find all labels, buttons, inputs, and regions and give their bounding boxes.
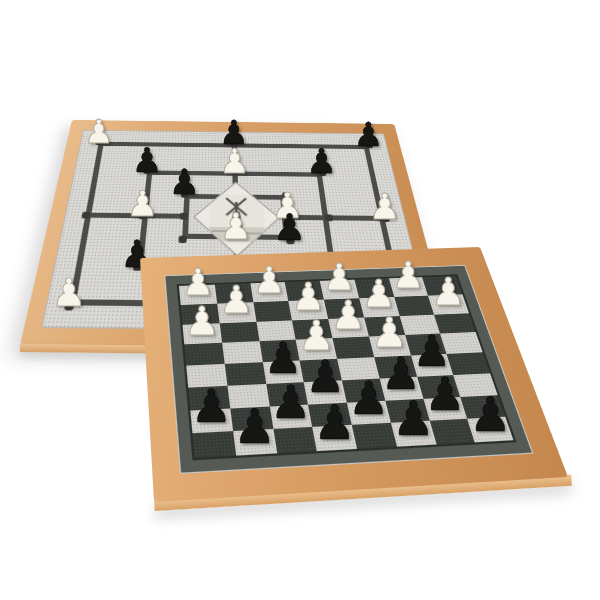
checkers-black-pawn-a2[interactable]: ♟	[189, 383, 233, 429]
product-photo-stage: ♟♟♟♟♟♟♟♟♟♟♟♟♟♟ ♟♟♟♟♟♟♟♟♟♟♟♟♟♟♟♟♟♟♟♟♟♟♟♟	[0, 0, 600, 600]
checkers-square-b6	[219, 321, 259, 343]
checkers-square-a1	[192, 431, 235, 458]
checkers-white-pawn-a6[interactable]: ♟	[180, 301, 224, 341]
morris-board-side-edge	[20, 344, 162, 353]
morris-white-pawn-g4[interactable]: ♟	[363, 189, 407, 225]
checkers-square-c1	[273, 427, 317, 453]
morris-black-pawn-c5[interactable]: ♟	[162, 165, 206, 200]
checkers-black-pawn-c4[interactable]: ♟	[261, 337, 305, 380]
morris-white-pawn-a1[interactable]: ♟	[47, 274, 91, 313]
morris-black-pawn-d7[interactable]: ♟	[212, 116, 256, 149]
checkers-square-b5	[222, 341, 262, 363]
morris-point-c3	[178, 235, 187, 242]
checkers-square-e1	[352, 423, 397, 449]
checkers-black-pawn-b1[interactable]: ♟	[233, 403, 277, 451]
checkers-white-pawn-a8[interactable]: ♟	[176, 264, 220, 301]
morris-white-pawn-b4[interactable]: ♟	[120, 186, 164, 222]
morris-black-pawn-f6[interactable]: ♟	[300, 144, 344, 178]
morris-point-a4	[81, 211, 90, 218]
morris-point-f4	[324, 214, 333, 221]
morris-black-pawn-e3[interactable]: ♟	[268, 210, 312, 247]
checkers-black-pawn-h1[interactable]: ♟	[468, 391, 512, 439]
checkers-black-pawn-d1[interactable]: ♟	[313, 399, 357, 447]
checkers-square-a5	[184, 343, 224, 366]
morris-black-pawn-g7[interactable]: ♟	[346, 118, 390, 151]
morris-white-pawn-d3[interactable]: ♟	[214, 209, 258, 245]
morris-white-pawn-a7[interactable]: ♟	[77, 115, 121, 148]
morris-point-c4	[179, 212, 187, 219]
checkers-black-pawn-f1[interactable]: ♟	[391, 395, 435, 443]
checkers-white-pawn-h7[interactable]: ♟	[426, 273, 470, 312]
